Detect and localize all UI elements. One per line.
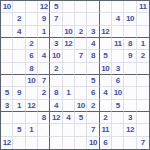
cell-r3c12[interactable] bbox=[137, 26, 149, 38]
cell-r8c6[interactable]: 1 bbox=[63, 87, 75, 99]
cell-r9c11[interactable] bbox=[124, 100, 136, 112]
cell-r1c1[interactable]: 10 bbox=[1, 1, 13, 13]
cell-r2c4[interactable]: 9 bbox=[38, 13, 50, 25]
cell-r11c1[interactable] bbox=[1, 124, 13, 136]
cell-r12c5[interactable] bbox=[50, 137, 62, 149]
cell-r12c2[interactable] bbox=[13, 137, 25, 149]
cell-r10c8[interactable] bbox=[87, 112, 99, 124]
cell-r4c8[interactable]: 4 bbox=[87, 38, 99, 50]
cell-r5c6[interactable] bbox=[63, 50, 75, 62]
cell-r5c1[interactable] bbox=[1, 50, 13, 62]
cell-r12c8[interactable]: 10 bbox=[87, 137, 99, 149]
cell-r2c11[interactable]: 10 bbox=[124, 13, 136, 25]
cell-r5c9[interactable]: 5 bbox=[100, 50, 112, 62]
cell-r12c12[interactable]: 7 bbox=[137, 137, 149, 149]
cell-r7c5[interactable] bbox=[50, 75, 62, 87]
cell-r6c6[interactable] bbox=[63, 63, 75, 75]
cell-r10c4[interactable]: 8 bbox=[38, 112, 50, 124]
cell-r8c1[interactable]: 5 bbox=[1, 87, 13, 99]
cell-r3c10[interactable] bbox=[112, 26, 124, 38]
cell-r1c8[interactable] bbox=[87, 1, 99, 13]
cell-r2c6[interactable] bbox=[63, 13, 75, 25]
cell-r11c4[interactable] bbox=[38, 124, 50, 136]
cell-r11c5[interactable] bbox=[50, 124, 62, 136]
cell-r4c6[interactable]: 12 bbox=[63, 38, 75, 50]
cell-r6c1[interactable] bbox=[1, 63, 13, 75]
cell-r12c1[interactable]: 12 bbox=[1, 137, 13, 149]
cell-r4c12[interactable]: 1 bbox=[137, 38, 149, 50]
cell-r11c9[interactable]: 11 bbox=[100, 124, 112, 136]
cell-r3c11[interactable] bbox=[124, 26, 136, 38]
cell-r12c4[interactable] bbox=[38, 137, 50, 149]
cell-r7c7[interactable] bbox=[75, 75, 87, 87]
cell-r6c2[interactable] bbox=[13, 63, 25, 75]
cell-r6c8[interactable] bbox=[87, 63, 99, 75]
cell-r2c10[interactable]: 4 bbox=[112, 13, 124, 25]
cell-r9c7[interactable]: 10 bbox=[75, 100, 87, 112]
cell-r5c10[interactable] bbox=[112, 50, 124, 62]
cell-r9c8[interactable]: 2 bbox=[87, 100, 99, 112]
cell-r2c2[interactable]: 2 bbox=[13, 13, 25, 25]
cell-r4c5[interactable]: 3 bbox=[50, 38, 62, 50]
cell-r7c12[interactable] bbox=[137, 75, 149, 87]
cell-r10c2[interactable] bbox=[13, 112, 25, 124]
cell-r12c10[interactable] bbox=[112, 137, 124, 149]
cell-r7c9[interactable] bbox=[100, 75, 112, 87]
cell-r10c12[interactable] bbox=[137, 112, 149, 124]
cell-r12c3[interactable] bbox=[26, 137, 38, 149]
cell-r4c1[interactable] bbox=[1, 38, 13, 50]
cell-r8c5[interactable]: 8 bbox=[50, 87, 62, 99]
cell-r4c9[interactable] bbox=[100, 38, 112, 50]
cell-r1c12[interactable]: 11 bbox=[137, 1, 149, 13]
cell-r11c10[interactable] bbox=[112, 124, 124, 136]
cell-r9c12[interactable] bbox=[137, 100, 149, 112]
cell-r2c7[interactable] bbox=[75, 13, 87, 25]
cell-r8c4[interactable]: 2 bbox=[38, 87, 50, 99]
cell-r8c3[interactable] bbox=[26, 87, 38, 99]
cell-r9c3[interactable]: 12 bbox=[26, 100, 38, 112]
cell-r9c4[interactable] bbox=[38, 100, 50, 112]
sudoku-board: 1012511297410411023122312411816410785928… bbox=[0, 0, 150, 150]
cell-r4c2[interactable] bbox=[13, 38, 25, 50]
cell-r8c12[interactable] bbox=[137, 87, 149, 99]
cell-r3c2[interactable]: 4 bbox=[13, 26, 25, 38]
cell-r11c12[interactable] bbox=[137, 124, 149, 136]
cell-r5c11[interactable]: 9 bbox=[124, 50, 136, 62]
cell-r10c10[interactable] bbox=[112, 112, 124, 124]
cell-r5c4[interactable]: 4 bbox=[38, 50, 50, 62]
cell-r9c6[interactable] bbox=[63, 100, 75, 112]
cell-r8c9[interactable]: 4 bbox=[100, 87, 112, 99]
cell-r3c4[interactable]: 1 bbox=[38, 26, 50, 38]
cell-r1c5[interactable]: 5 bbox=[50, 1, 62, 13]
cell-r1c11[interactable] bbox=[124, 1, 136, 13]
cell-r2c5[interactable]: 7 bbox=[50, 13, 62, 25]
cell-r1c10[interactable] bbox=[112, 1, 124, 13]
cell-r10c5[interactable]: 12 bbox=[50, 112, 62, 124]
cell-r10c9[interactable]: 2 bbox=[100, 112, 112, 124]
cell-r10c11[interactable]: 3 bbox=[124, 112, 136, 124]
cell-r2c9[interactable] bbox=[100, 13, 112, 25]
cell-r11c11[interactable]: 12 bbox=[124, 124, 136, 136]
cell-r9c9[interactable] bbox=[100, 100, 112, 112]
cell-r9c10[interactable]: 5 bbox=[112, 100, 124, 112]
cell-r6c5[interactable]: 2 bbox=[50, 63, 62, 75]
cell-r4c11[interactable]: 8 bbox=[124, 38, 136, 50]
cell-r9c1[interactable]: 3 bbox=[1, 100, 13, 112]
cell-r11c3[interactable]: 1 bbox=[26, 124, 38, 136]
cell-r12c9[interactable]: 6 bbox=[100, 137, 112, 149]
cell-r7c3[interactable]: 10 bbox=[26, 75, 38, 87]
cell-r5c12[interactable]: 2 bbox=[137, 50, 149, 62]
cell-r2c3[interactable] bbox=[26, 13, 38, 25]
cell-r9c2[interactable]: 1 bbox=[13, 100, 25, 112]
cell-r1c9[interactable] bbox=[100, 1, 112, 13]
cell-r8c11[interactable] bbox=[124, 87, 136, 99]
cell-r12c7[interactable] bbox=[75, 137, 87, 149]
cell-r4c7[interactable] bbox=[75, 38, 87, 50]
cell-r6c3[interactable]: 8 bbox=[26, 63, 38, 75]
cell-r9c5[interactable]: 4 bbox=[50, 100, 62, 112]
cell-r8c7[interactable] bbox=[75, 87, 87, 99]
cell-r4c10[interactable]: 11 bbox=[112, 38, 124, 50]
cell-r7c4[interactable]: 7 bbox=[38, 75, 50, 87]
cell-r7c8[interactable]: 5 bbox=[87, 75, 99, 87]
cell-r1c4[interactable]: 12 bbox=[38, 1, 50, 13]
cell-r12c11[interactable] bbox=[124, 137, 136, 149]
cell-r3c3[interactable] bbox=[26, 26, 38, 38]
cell-r6c10[interactable]: 3 bbox=[112, 63, 124, 75]
cell-r7c1[interactable] bbox=[1, 75, 13, 87]
cell-r10c3[interactable] bbox=[26, 112, 38, 124]
cell-r7c6[interactable] bbox=[63, 75, 75, 87]
cell-r3c7[interactable]: 2 bbox=[75, 26, 87, 38]
cell-r1c2[interactable] bbox=[13, 1, 25, 13]
cell-r8c8[interactable]: 6 bbox=[87, 87, 99, 99]
cell-r1c6[interactable] bbox=[63, 1, 75, 13]
cell-r7c10[interactable]: 6 bbox=[112, 75, 124, 87]
cell-r11c6[interactable] bbox=[63, 124, 75, 136]
cell-r3c5[interactable] bbox=[50, 26, 62, 38]
cell-r3c9[interactable]: 12 bbox=[100, 26, 112, 38]
cell-r5c3[interactable]: 6 bbox=[26, 50, 38, 62]
cell-r2c12[interactable] bbox=[137, 13, 149, 25]
cell-r8c2[interactable]: 9 bbox=[13, 87, 25, 99]
cell-r12c6[interactable] bbox=[63, 137, 75, 149]
cell-r6c4[interactable] bbox=[38, 63, 50, 75]
cell-r6c9[interactable]: 10 bbox=[100, 63, 112, 75]
cell-r10c1[interactable] bbox=[1, 112, 13, 124]
cell-r11c7[interactable] bbox=[75, 124, 87, 136]
cell-r2c1[interactable] bbox=[1, 13, 13, 25]
cell-r3c8[interactable]: 3 bbox=[87, 26, 99, 38]
cell-r8c10[interactable]: 10 bbox=[112, 87, 124, 99]
cell-r6c12[interactable] bbox=[137, 63, 149, 75]
cell-r6c11[interactable] bbox=[124, 63, 136, 75]
cell-r11c2[interactable]: 5 bbox=[13, 124, 25, 136]
cell-r1c3[interactable] bbox=[26, 1, 38, 13]
cell-r2c8[interactable] bbox=[87, 13, 99, 25]
cell-r5c5[interactable]: 10 bbox=[50, 50, 62, 62]
cell-r5c2[interactable] bbox=[13, 50, 25, 62]
cell-r11c8[interactable]: 7 bbox=[87, 124, 99, 136]
cell-r1c7[interactable] bbox=[75, 1, 87, 13]
cell-r3c1[interactable] bbox=[1, 26, 13, 38]
cell-r6c7[interactable] bbox=[75, 63, 87, 75]
cell-r7c2[interactable] bbox=[13, 75, 25, 87]
cell-r3c6[interactable]: 10 bbox=[63, 26, 75, 38]
cell-r10c7[interactable]: 5 bbox=[75, 112, 87, 124]
cell-r5c7[interactable]: 7 bbox=[75, 50, 87, 62]
cell-r10c6[interactable]: 4 bbox=[63, 112, 75, 124]
cell-r7c11[interactable] bbox=[124, 75, 136, 87]
cell-r4c4[interactable] bbox=[38, 38, 50, 50]
cell-r5c8[interactable]: 8 bbox=[87, 50, 99, 62]
cell-r4c3[interactable]: 2 bbox=[26, 38, 38, 50]
